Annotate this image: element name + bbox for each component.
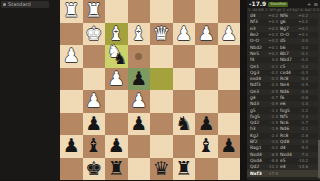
square-g8[interactable]: ♚ [83, 158, 106, 181]
move-eval: 0.0 [297, 38, 310, 44]
move-eval: -0.1 [267, 64, 280, 70]
square-c8[interactable]: ♜ [173, 158, 196, 181]
move-san[interactable]: Nxd4 [280, 152, 297, 158]
move-row[interactable]: Rag1-4.2d4-5.0 [247, 145, 318, 151]
move-panel: -17.9 Stockfish + ≡ 1. d4 Nf6 2. Nf3 g6 … [247, 0, 320, 180]
move-san[interactable]: Nxf3 [250, 171, 267, 177]
move-san[interactable]: fxg5 [250, 114, 267, 120]
move-row[interactable]: Qd2-1.5Nc6-1.7 [247, 120, 318, 126]
square-e2[interactable]: ♝ [128, 23, 151, 46]
move-eval: +0.2 [267, 26, 280, 32]
square-d6[interactable] [150, 113, 173, 136]
square-f2[interactable]: ♝ [105, 23, 128, 46]
variant-dot-icon [3, 3, 6, 6]
move-eval: -0.2 [267, 70, 280, 76]
square-c3[interactable] [173, 45, 196, 68]
move-row[interactable]: O-O+0.2d50.0 [247, 38, 318, 44]
black-knight-piece: ♞ [173, 113, 196, 136]
engine-badge[interactable]: Stockfish [268, 2, 288, 7]
white-rook-piece: ♜ [60, 0, 83, 23]
square-a2[interactable]: ♟ [218, 23, 241, 46]
move-eval: -0.9 [267, 101, 280, 107]
square-e4[interactable]: ♟ [128, 68, 151, 91]
move-eval: -3.0 [267, 139, 280, 145]
move-row[interactable]: Nxf3-17.9 [247, 170, 318, 176]
move-san[interactable]: e3 [250, 26, 267, 32]
square-b1[interactable] [195, 0, 218, 23]
move-san[interactable]: Nbd7 [280, 57, 297, 63]
move-san[interactable]: Qe1 [250, 64, 267, 70]
square-e1[interactable] [128, 0, 151, 23]
move-san[interactable]: cxd4 [280, 70, 297, 76]
move-eval: -1.4 [297, 114, 310, 120]
move-row[interactable]: fxg5-1.3Nf5-1.4 [247, 114, 318, 120]
move-san[interactable]: f6 [280, 95, 297, 101]
move-san[interactable]: g6 [280, 19, 297, 25]
move-eval: -1.3 [267, 114, 280, 120]
move-san[interactable]: O-O [280, 32, 297, 38]
white-pawn-piece: ♟ [173, 23, 196, 46]
square-h6[interactable] [60, 113, 83, 136]
square-g2[interactable]: ♚ [83, 23, 106, 46]
move-eval: -0.7 [267, 95, 280, 101]
square-c7[interactable] [173, 135, 196, 158]
black-king-piece: ♚ [83, 158, 106, 181]
move-eval: -0.8 [297, 95, 310, 101]
square-f4[interactable]: ♟ [105, 68, 128, 91]
square-a5[interactable] [218, 90, 241, 113]
white-rook-piece: ♜ [83, 0, 106, 23]
move-san[interactable]: g5 [250, 108, 267, 114]
square-b2[interactable]: ♟ [195, 23, 218, 46]
move-row[interactable]: Qe3-0.5Nd6-0.6 [247, 89, 318, 95]
move-eval: -1.2 [297, 108, 310, 114]
square-a8[interactable] [218, 158, 241, 181]
move-san[interactable]: e6 [280, 101, 297, 107]
move-eval: -0.5 [267, 89, 280, 95]
move-row[interactable]: Nxd4-6.5Nxd4-7.0 [247, 152, 318, 158]
move-row[interactable]: Kg2-2.4Rc8-2.8 [247, 133, 318, 139]
square-d2[interactable]: ♛ [150, 23, 173, 46]
square-e6[interactable]: ♟ [128, 113, 151, 136]
menu-icon[interactable]: ≡ [313, 0, 318, 8]
black-pawn-piece: ♟ [83, 113, 106, 136]
square-d1[interactable] [150, 0, 173, 23]
move-row[interactable]: Bf2-3.0Qd8-3.4 [247, 139, 318, 145]
square-c5[interactable] [173, 90, 196, 113]
move-san[interactable]: d4 [250, 13, 267, 19]
move-san[interactable]: h3 [250, 126, 267, 132]
move-row[interactable]: Nd3-0.9e6-1.0 [247, 101, 318, 107]
move-row[interactable]: g5-1.1fxg5-1.2 [247, 107, 318, 113]
square-b6[interactable]: ♟ [195, 113, 218, 136]
move-eval: -2.4 [267, 133, 280, 139]
move-eval: -1.0 [297, 101, 310, 107]
white-pawn-piece: ♟ [60, 45, 83, 68]
black-bishop-piece: ♝ [83, 135, 106, 158]
move-row[interactable]: e3+0.2Bg7+0.1 [247, 26, 318, 32]
move-san[interactable]: Rc8 [280, 133, 297, 139]
square-e3[interactable] [128, 45, 151, 68]
move-san[interactable]: d5 [280, 38, 297, 44]
move-row[interactable]: Qxd4-8.8e5-10.2 [247, 158, 318, 164]
move-list[interactable]: d4+0.2Nf6+0.2Nf3+0.3g6+0.2e3+0.2Bg7+0.1B… [247, 13, 318, 180]
move-eval: +0.1 [267, 51, 280, 57]
square-e8[interactable] [128, 158, 151, 181]
move-row[interactable]: Qe1-0.1c5-0.2 [247, 63, 318, 69]
move-row[interactable]: Nbd2+0.1b60.0 [247, 44, 318, 50]
move-row[interactable]: exd4-0.3Rc8-0.4 [247, 76, 318, 82]
move-row[interactable]: d4+0.2Nf6+0.2 [247, 13, 318, 19]
left-sidebar: Standard [0, 0, 60, 180]
move-eval: +0.1 [297, 32, 310, 38]
move-san[interactable]: Bf2 [250, 139, 267, 145]
move-eval: +0.2 [297, 19, 310, 25]
square-e5[interactable]: ♟ [128, 90, 151, 113]
square-c2[interactable]: ♟ [173, 23, 196, 46]
square-e7[interactable] [128, 135, 151, 158]
square-f3[interactable]: ♞♞ [105, 45, 128, 68]
square-b4[interactable] [195, 68, 218, 91]
app-window: Standard ♜♜♚♝♝♛♟♟♟♟♞♞♟♟♟♟♟♟♞♟♟♝♟♝♟♚♜♛♜ -… [0, 0, 320, 180]
black-queen-piece: ♛ [150, 158, 173, 181]
square-d5[interactable] [150, 90, 173, 113]
move-san[interactable]: Nd6 [280, 89, 297, 95]
variant-tab[interactable]: Standard [1, 1, 49, 8]
square-g4[interactable] [83, 68, 106, 91]
move-eval: -4.2 [267, 145, 280, 151]
move-san[interactable]: Rag1 [250, 145, 267, 151]
variant-label: Standard [8, 2, 31, 7]
move-eval: -0.4 [297, 76, 310, 82]
move-san[interactable]: Be2 [250, 32, 267, 38]
move-san[interactable]: Nd3 [250, 101, 267, 107]
panel-actions: + ≡ [307, 0, 320, 8]
square-b7[interactable]: ♝ [195, 135, 218, 158]
move-san[interactable]: e5 [280, 158, 297, 164]
white-pawn-piece: ♟ [105, 68, 128, 91]
move-eval: +0.2 [267, 38, 280, 44]
black-bishop-piece: ♝ [195, 135, 218, 158]
black-pawn-piece: ♟ [218, 135, 241, 158]
move-san[interactable]: Nf5 [280, 114, 297, 120]
move-san[interactable]: Nxd4 [250, 152, 267, 158]
move-eval: -17.9 [267, 171, 280, 177]
move-eval: -2.1 [297, 126, 310, 132]
white-knight-piece: ♞ [103, 42, 126, 65]
move-eval: -1.7 [297, 120, 310, 126]
white-queen-piece: ♛ [150, 23, 173, 46]
move-row[interactable]: Be2+0.2O-O+0.1 [247, 32, 318, 38]
move-eval: -0.2 [297, 57, 310, 63]
move-eval: -12.3 [267, 164, 280, 170]
square-f1[interactable] [105, 0, 128, 23]
square-c6[interactable]: ♞ [173, 113, 196, 136]
white-pawn-piece: ♟ [195, 23, 218, 46]
square-h4[interactable] [60, 68, 83, 91]
square-g3[interactable] [83, 45, 106, 68]
move-eval: -2.8 [297, 133, 310, 139]
move-san[interactable]: Ndf3 [250, 82, 267, 88]
move-row[interactable]: Ndf3-0.4Ne4-0.5 [247, 82, 318, 88]
move-san[interactable]: O-O [250, 38, 267, 44]
square-f7[interactable]: ♟ [105, 135, 128, 158]
move-eval: -10.2 [297, 158, 310, 164]
square-d8[interactable]: ♛ [150, 158, 173, 181]
white-pawn-piece: ♟ [128, 90, 151, 113]
square-a7[interactable]: ♟ [218, 135, 241, 158]
square-h5[interactable] [60, 90, 83, 113]
square-f5[interactable] [105, 90, 128, 113]
analysis-header: -17.9 Stockfish + ≡ [247, 0, 320, 8]
move-san[interactable]: exd4 [250, 76, 267, 82]
move-san[interactable]: Kg2 [250, 133, 267, 139]
move-san[interactable]: Bb7 [280, 51, 297, 57]
move-san[interactable]: Nd6 [280, 126, 297, 132]
white-king-piece: ♚ [83, 23, 106, 46]
square-g6[interactable]: ♟ [83, 113, 106, 136]
move-san[interactable]: g4 [250, 95, 267, 101]
square-b3[interactable] [195, 45, 218, 68]
move-eval: +0.2 [267, 13, 280, 19]
square-h7[interactable]: ♟ [60, 135, 83, 158]
square-d7[interactable] [150, 135, 173, 158]
move-san[interactable]: Nf6 [280, 13, 297, 19]
move-eval: -3.4 [297, 139, 310, 145]
white-pawn-piece: ♟ [218, 23, 241, 46]
move-eval: -0.2 [297, 64, 310, 70]
move-eval: +0.1 [267, 45, 280, 51]
black-rook-piece: ♜ [105, 158, 128, 181]
square-a3[interactable] [218, 45, 241, 68]
move-san[interactable]: fxg5 [280, 108, 297, 114]
square-h1[interactable]: ♜ [60, 0, 83, 23]
add-icon[interactable]: + [307, 0, 312, 8]
move-san[interactable]: c5 [280, 64, 297, 70]
move-eval: -8.8 [267, 158, 280, 164]
move-eval: -0.3 [297, 70, 310, 76]
move-san[interactable]: Nbd2 [250, 45, 267, 51]
move-san[interactable]: Ne4 [280, 82, 297, 88]
square-g1[interactable]: ♜ [83, 0, 106, 23]
move-san[interactable]: Nc6 [280, 120, 297, 126]
black-pawn-piece: ♟ [128, 113, 151, 136]
square-a6[interactable] [218, 113, 241, 136]
move-san[interactable]: Qd2 [250, 164, 267, 170]
move-san[interactable]: b6 [280, 45, 297, 51]
move-eval: -0.3 [267, 76, 280, 82]
square-a4[interactable] [218, 68, 241, 91]
move-row[interactable]: Qd2-12.3e4-14.6 [247, 164, 318, 170]
move-eval: -0.4 [267, 82, 280, 88]
square-c1[interactable] [173, 0, 196, 23]
move-san[interactable]: Nf3 [250, 19, 267, 25]
move-san[interactable]: Rc8 [280, 76, 297, 82]
move-san[interactable]: f4 [250, 57, 267, 63]
square-f8[interactable]: ♜ [105, 158, 128, 181]
move-san[interactable]: d4 [280, 145, 297, 151]
move-row[interactable]: f40.0Nbd7-0.2 [247, 57, 318, 63]
square-c4[interactable] [173, 68, 196, 91]
white-bishop-piece: ♝ [105, 23, 128, 46]
black-pawn-piece: ♟ [128, 68, 151, 91]
square-g7[interactable]: ♝ [83, 135, 106, 158]
move-eval: +0.2 [267, 32, 280, 38]
move-san[interactable]: Bg7 [280, 26, 297, 32]
move-eval: +0.2 [297, 13, 310, 19]
move-san[interactable]: Qd8 [280, 139, 297, 145]
square-h3[interactable]: ♟ [60, 45, 83, 68]
square-g5[interactable]: ♟ [83, 90, 106, 113]
evaluation-score: -17.9 [247, 0, 268, 8]
move-eval: -0.1 [297, 51, 310, 57]
black-rook-piece: ♜ [173, 158, 196, 181]
move-eval: +0.1 [297, 26, 310, 32]
move-row[interactable]: Nf3+0.3g6+0.2 [247, 19, 318, 25]
black-pawn-piece: ♟ [195, 113, 218, 136]
move-eval: -5.0 [297, 145, 310, 151]
move-eval: -6.5 [267, 152, 280, 158]
square-d3[interactable] [150, 45, 173, 68]
move-row[interactable]: Ne5+0.1Bb7-0.1 [247, 51, 318, 57]
move-eval: -0.6 [297, 89, 310, 95]
chess-board[interactable]: ♜♜♚♝♝♛♟♟♟♟♞♞♟♟♟♟♟♟♞♟♟♝♟♝♟♚♜♛♜ [60, 0, 240, 180]
white-bishop-piece: ♝ [128, 23, 151, 46]
square-b5[interactable] [195, 90, 218, 113]
move-eval: +0.3 [267, 19, 280, 25]
black-pawn-piece: ♟ [105, 135, 128, 158]
move-row[interactable]: h3-1.9Nd6-2.1 [247, 126, 318, 132]
legal-move-dot-icon [135, 53, 142, 60]
move-eval: -1.1 [267, 108, 280, 114]
move-san[interactable]: Qd2 [250, 120, 267, 126]
move-eval: 0.0 [267, 57, 280, 63]
white-pawn-piece: ♟ [83, 90, 106, 113]
move-eval: 0.0 [297, 45, 310, 51]
move-san[interactable]: Qg3 [250, 70, 267, 76]
square-a1[interactable] [218, 0, 241, 23]
move-eval: -1.5 [267, 120, 280, 126]
move-san[interactable]: Qxd4 [250, 158, 267, 164]
move-eval: -14.6 [297, 164, 310, 170]
move-eval: -1.9 [267, 126, 280, 132]
move-eval: -0.5 [297, 82, 310, 88]
square-b8[interactable] [195, 158, 218, 181]
square-h2[interactable] [60, 23, 83, 46]
move-row[interactable]: g4-0.7f6-0.8 [247, 95, 318, 101]
move-san[interactable]: Ne5 [250, 51, 267, 57]
square-h8[interactable] [60, 158, 83, 181]
move-row[interactable]: Qg3-0.2cxd4-0.3 [247, 70, 318, 76]
square-f6[interactable] [105, 113, 128, 136]
move-san[interactable]: e4 [280, 164, 297, 170]
move-eval: -7.0 [297, 152, 310, 158]
black-pawn-piece: ♟ [60, 135, 83, 158]
square-d4[interactable] [150, 68, 173, 91]
move-san[interactable]: Qe3 [250, 89, 267, 95]
